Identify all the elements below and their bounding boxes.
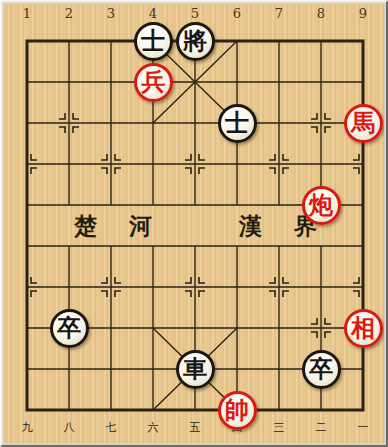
piece-red-soldier[interactable]: 兵	[134, 63, 173, 102]
piece-black-chariot[interactable]: 車	[176, 350, 215, 389]
piece-red-elephant[interactable]: 相	[344, 309, 383, 348]
bottom-coordinate-label: 三	[268, 420, 290, 435]
bottom-coordinate-label: 七	[100, 420, 122, 435]
piece-red-general[interactable]: 帥	[218, 391, 257, 430]
bottom-coordinate-label: 九	[16, 420, 38, 435]
top-coordinate-label: 2	[58, 6, 80, 21]
piece-black-general[interactable]: 將	[176, 22, 215, 61]
xiangqi-window: 123456789 九八七六五四三二一 楚河 漢界 士將兵士馬炮卒相車卒帥	[0, 0, 388, 447]
top-coordinate-label: 3	[100, 6, 122, 21]
piece-black-soldier[interactable]: 卒	[302, 350, 341, 389]
piece-red-cannon[interactable]: 炮	[302, 186, 341, 225]
bottom-coordinate-label: 六	[142, 420, 164, 435]
board[interactable]: 123456789 九八七六五四三二一 楚河 漢界 士將兵士馬炮卒相車卒帥	[4, 4, 384, 443]
top-coordinate-label: 4	[142, 6, 164, 21]
top-coordinate-label: 5	[184, 6, 206, 21]
top-coordinate-label: 1	[16, 6, 38, 21]
bottom-coordinate-label: 一	[352, 420, 374, 435]
piece-black-advisor[interactable]: 士	[134, 22, 173, 61]
piece-black-soldier[interactable]: 卒	[50, 309, 89, 348]
top-coordinate-label: 9	[352, 6, 374, 21]
piece-red-horse[interactable]: 馬	[344, 104, 383, 143]
bottom-coordinate-label: 二	[310, 420, 332, 435]
top-coordinate-label: 6	[226, 6, 248, 21]
bottom-coordinate-label: 五	[184, 420, 206, 435]
piece-black-advisor[interactable]: 士	[218, 104, 257, 143]
bottom-coordinate-label: 八	[58, 420, 80, 435]
river-label-left: 楚河	[74, 205, 184, 246]
top-coordinate-label: 7	[268, 6, 290, 21]
top-coordinate-label: 8	[310, 6, 332, 21]
